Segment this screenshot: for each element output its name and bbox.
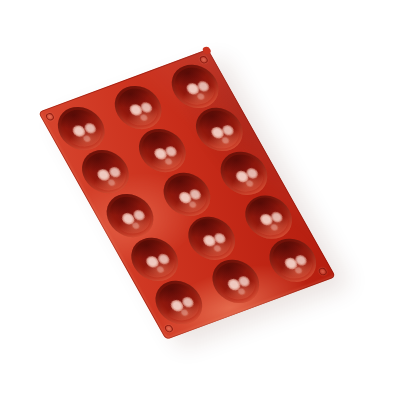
light-reflection-dot (180, 308, 191, 317)
light-reflection-dot (209, 125, 226, 140)
light-reflection-dot (106, 177, 117, 186)
light-reflection-dot (82, 121, 98, 135)
light-reflection-dot (139, 100, 155, 114)
light-reflection-dot (236, 287, 247, 296)
photo-background (0, 0, 400, 400)
cavity (123, 231, 187, 287)
cavity (99, 188, 163, 244)
cavity (212, 146, 276, 202)
light-reflection-dot (131, 221, 142, 230)
cavity (74, 144, 138, 200)
light-reflection-dot (184, 82, 201, 97)
light-reflection-dot (107, 165, 123, 179)
light-reflection-dot (282, 256, 299, 271)
silicone-mold (38, 49, 336, 340)
light-reflection-dot (152, 146, 169, 161)
light-reflection-dot (201, 233, 218, 248)
light-reflection-dot (120, 211, 137, 226)
light-reflection-dot (82, 134, 93, 143)
cavity-grid (38, 49, 336, 340)
light-reflection-dot (293, 266, 304, 275)
light-reflection-dot (176, 190, 193, 205)
cavity (187, 102, 251, 158)
light-reflection-dot (139, 113, 150, 122)
cavity (236, 189, 300, 245)
light-reflection-dot (225, 277, 242, 292)
light-reflection-dot (169, 298, 186, 313)
cavity (204, 254, 268, 310)
light-reflection-dot (257, 212, 274, 227)
light-reflection-dot (180, 296, 196, 310)
cavity (106, 80, 170, 136)
light-reflection-dot (131, 208, 147, 222)
light-reflection-dot (244, 166, 260, 180)
light-reflection-dot (127, 103, 144, 118)
light-reflection-dot (244, 179, 255, 188)
cavity (50, 101, 114, 157)
light-reflection-dot (212, 244, 223, 253)
cavity (131, 123, 195, 179)
cavity (155, 167, 219, 223)
light-reflection-dot (188, 187, 204, 201)
light-reflection-dot (220, 123, 236, 137)
cavity (180, 210, 244, 266)
light-reflection-dot (155, 252, 171, 266)
light-reflection-dot (233, 169, 250, 184)
light-reflection-dot (188, 200, 199, 209)
light-reflection-dot (195, 79, 211, 93)
light-reflection-dot (163, 156, 174, 165)
light-reflection-dot (293, 254, 309, 268)
cavity (147, 275, 211, 331)
light-reflection-dot (163, 144, 179, 158)
light-reflection-dot (269, 223, 280, 232)
light-reflection-dot (155, 265, 166, 274)
light-reflection-dot (237, 275, 253, 289)
light-reflection-dot (95, 167, 112, 182)
light-reflection-dot (212, 231, 228, 245)
light-reflection-dot (144, 254, 161, 269)
light-reflection-dot (220, 135, 231, 144)
cavity (261, 233, 325, 289)
light-reflection-dot (269, 210, 285, 224)
light-reflection-dot (195, 92, 206, 101)
cavity (163, 59, 227, 115)
light-reflection-dot (71, 124, 88, 139)
